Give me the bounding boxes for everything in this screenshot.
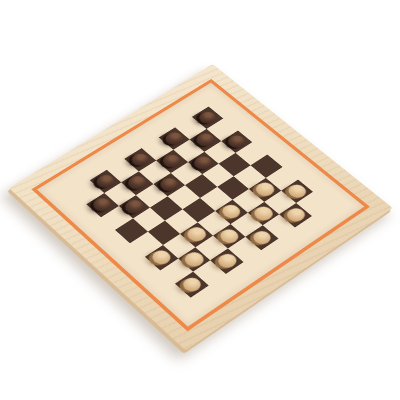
light-piece[interactable] — [179, 275, 204, 295]
checkers-board — [9, 64, 393, 350]
board-grid — [72, 107, 329, 298]
photo-background: checkers (draughts) on a wooden 8x8 boar… — [0, 0, 400, 400]
orange-border-line — [31, 79, 370, 331]
